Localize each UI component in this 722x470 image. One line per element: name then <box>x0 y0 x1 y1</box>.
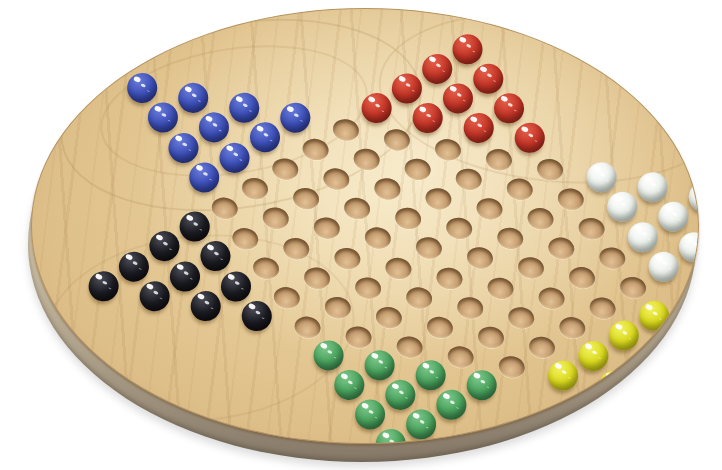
board-hole[interactable] <box>415 362 445 392</box>
product-photo-background <box>0 0 722 470</box>
marble-black[interactable] <box>137 278 172 313</box>
board-hole[interactable] <box>332 243 362 273</box>
marble-blue[interactable] <box>227 90 262 125</box>
marble-highlight <box>133 75 141 82</box>
board-hole[interactable] <box>354 402 384 432</box>
marble-highlight <box>195 164 203 171</box>
board-hole[interactable] <box>363 224 393 254</box>
hole-dimple <box>476 325 506 351</box>
board-hole[interactable] <box>576 214 606 244</box>
marble-highlight <box>554 362 562 369</box>
hole-dimple <box>231 226 261 252</box>
marble-highlight <box>340 372 348 379</box>
board-hole[interactable] <box>147 105 177 135</box>
board-hole[interactable] <box>372 174 402 204</box>
marble-red[interactable] <box>389 71 424 106</box>
marble-highlight <box>592 165 600 172</box>
board-hole[interactable] <box>494 95 524 125</box>
board-hole[interactable] <box>476 323 506 353</box>
hole-dimple <box>507 305 537 331</box>
marble-highlight <box>391 382 399 389</box>
star-grid <box>69 8 661 444</box>
hole-dimple <box>373 176 403 202</box>
marble-highlight <box>370 352 378 359</box>
board-hole[interactable] <box>678 234 699 264</box>
board-hole[interactable] <box>536 283 566 313</box>
marble-highlight <box>458 36 466 43</box>
board-hole[interactable] <box>648 253 678 283</box>
hole-dimple <box>484 147 514 173</box>
board-hole[interactable] <box>179 214 209 244</box>
hole-dimple <box>454 166 484 192</box>
board-hole[interactable] <box>221 273 251 303</box>
marble-highlight <box>206 243 214 250</box>
hole-dimple <box>282 236 312 262</box>
board-hole[interactable] <box>406 412 436 442</box>
board-hole[interactable] <box>300 135 330 165</box>
board-hole[interactable] <box>229 95 259 125</box>
board-hole[interactable] <box>240 174 270 204</box>
marble-highlight <box>398 76 406 83</box>
board-hole[interactable] <box>578 342 608 372</box>
board-hole[interactable] <box>436 392 466 422</box>
board-hole[interactable] <box>178 85 208 115</box>
hole-dimple <box>384 255 414 281</box>
marble-highlight <box>428 56 436 63</box>
board-hole[interactable] <box>364 352 394 382</box>
marble-red[interactable] <box>410 101 445 136</box>
hole-dimple <box>323 295 353 321</box>
marble-highlight <box>176 263 184 270</box>
marble-highlight <box>227 273 235 280</box>
marble-red[interactable] <box>512 120 547 155</box>
board-hole[interactable] <box>88 273 118 303</box>
hole-dimple <box>414 236 444 262</box>
marble-green[interactable] <box>332 367 367 402</box>
marble-highlight <box>643 175 651 182</box>
board-hole[interactable] <box>302 263 332 293</box>
board-hole[interactable] <box>342 194 372 224</box>
board-hole[interactable] <box>343 322 373 352</box>
marble-green[interactable] <box>403 407 438 442</box>
board-hole[interactable] <box>292 313 322 343</box>
board-hole[interactable] <box>170 263 200 293</box>
board-hole[interactable] <box>607 194 637 224</box>
board-hole[interactable] <box>272 283 302 313</box>
board-hole[interactable] <box>525 204 555 234</box>
marble-red[interactable] <box>491 91 526 126</box>
board-hole[interactable] <box>331 115 361 145</box>
board-hole[interactable] <box>548 362 578 392</box>
marble-highlight <box>125 253 133 260</box>
board-hole[interactable] <box>422 56 452 86</box>
board-hole[interactable] <box>465 243 495 273</box>
marble-highlight <box>584 343 592 350</box>
board-hole[interactable] <box>249 125 279 155</box>
hole-dimple <box>433 137 463 163</box>
board-hole[interactable] <box>556 184 586 214</box>
marble-black[interactable] <box>147 229 182 264</box>
marble-blue[interactable] <box>217 140 252 175</box>
board-hole[interactable] <box>382 125 412 155</box>
board-hole[interactable] <box>637 174 667 204</box>
hole-dimple <box>291 186 321 212</box>
marble-green[interactable] <box>434 387 469 422</box>
board-hole[interactable] <box>391 75 421 105</box>
marble-red[interactable] <box>461 110 496 145</box>
board-hole[interactable] <box>280 105 310 135</box>
marble-yellow[interactable] <box>678 358 699 393</box>
hole-dimple <box>660 335 690 361</box>
board-hole[interactable] <box>514 125 544 155</box>
marble-highlight <box>412 412 420 419</box>
board-hole[interactable] <box>497 352 527 382</box>
marble-green[interactable] <box>362 348 397 383</box>
marble-black[interactable] <box>198 239 233 274</box>
hole-dimple <box>526 206 556 232</box>
board-hole[interactable] <box>323 293 353 323</box>
board-hole[interactable] <box>597 244 627 274</box>
board-hole[interactable] <box>393 204 423 234</box>
marble-yellow[interactable] <box>545 358 580 393</box>
marble-highlight <box>286 105 294 112</box>
marble-black[interactable] <box>167 259 202 294</box>
board-hole[interactable] <box>442 85 472 115</box>
hole-dimple <box>331 117 361 143</box>
board-hole[interactable] <box>466 372 496 402</box>
board-hole[interactable] <box>444 214 474 244</box>
hole-dimple <box>403 156 433 182</box>
marble-highlight <box>614 323 622 330</box>
marble-highlight <box>184 85 192 92</box>
marble-blue[interactable] <box>278 100 313 135</box>
hole-dimple <box>312 216 342 242</box>
hole-dimple <box>404 285 434 311</box>
marble-green[interactable] <box>413 358 448 393</box>
marble-highlight <box>225 145 233 152</box>
hole-dimple <box>251 255 281 281</box>
board-hole[interactable] <box>485 273 515 303</box>
hole-dimple <box>465 246 495 272</box>
hole-dimple <box>301 137 331 163</box>
board-hole[interactable] <box>118 253 148 283</box>
board-hole[interactable] <box>586 164 616 194</box>
marble-highlight <box>421 362 429 369</box>
board-hole[interactable] <box>312 214 342 244</box>
marble-highlight <box>442 392 450 399</box>
hole-dimple <box>446 344 476 370</box>
marble-highlight <box>694 185 699 192</box>
chinese-checkers-board <box>0 0 722 470</box>
board-hole[interactable] <box>353 273 383 303</box>
hole-dimple <box>567 265 597 291</box>
marble-black[interactable] <box>177 209 212 244</box>
hole-dimple <box>374 305 404 331</box>
hole-dimple <box>495 226 525 252</box>
hole-dimple <box>352 147 382 173</box>
board-hole[interactable] <box>321 164 351 194</box>
hole-dimple <box>588 295 618 321</box>
board-hole[interactable] <box>425 313 455 343</box>
marble-highlight <box>418 105 426 112</box>
marble-green[interactable] <box>352 397 387 432</box>
marble-highlight <box>654 254 662 261</box>
marble-highlight <box>256 125 264 132</box>
board-hole[interactable] <box>506 303 536 333</box>
board-hole[interactable] <box>535 155 565 185</box>
hole-dimple <box>546 236 576 262</box>
board-hole[interactable] <box>484 145 514 175</box>
board-hole[interactable] <box>127 75 157 105</box>
marble-white[interactable] <box>584 160 619 195</box>
board-hole[interactable] <box>414 234 444 264</box>
marble-highlight <box>500 95 508 102</box>
marble-highlight <box>381 431 389 438</box>
board-hole[interactable] <box>495 224 525 254</box>
hole-dimple <box>293 315 323 341</box>
board-hole[interactable] <box>505 174 535 204</box>
board-hole[interactable] <box>375 431 405 444</box>
board-hole[interactable] <box>149 233 179 263</box>
marble-highlight <box>634 224 642 231</box>
board-hole[interactable] <box>219 144 249 174</box>
board-hole[interactable] <box>587 293 617 323</box>
marble-blue[interactable] <box>247 120 282 155</box>
hole-dimple <box>598 246 628 272</box>
hole-dimple <box>505 176 535 202</box>
hole-dimple <box>240 176 270 202</box>
marble-highlight <box>196 293 204 300</box>
board-hole[interactable] <box>445 342 475 372</box>
hole-dimple <box>556 186 586 212</box>
board-hole[interactable] <box>527 333 557 363</box>
board-hole[interactable] <box>189 164 219 194</box>
board-hole[interactable] <box>351 145 381 175</box>
board-hole[interactable] <box>608 323 638 353</box>
hole-dimple <box>271 156 301 182</box>
hole-dimple <box>497 354 527 380</box>
board-hole[interactable] <box>567 263 597 293</box>
marble-highlight <box>613 194 621 201</box>
hole-dimple <box>558 315 588 341</box>
marble-black[interactable] <box>218 268 253 303</box>
marble-highlight <box>155 234 163 241</box>
board-hole[interactable] <box>200 243 230 273</box>
marble-highlight <box>319 342 327 349</box>
board-hole[interactable] <box>383 253 413 283</box>
marble-highlight <box>205 115 213 122</box>
hole-dimple <box>486 275 516 301</box>
marble-black[interactable] <box>239 298 274 333</box>
board-hole[interactable] <box>688 184 699 214</box>
board-hole[interactable] <box>433 135 463 165</box>
hole-dimple <box>272 285 302 311</box>
marble-blue[interactable] <box>196 110 231 145</box>
marble-highlight <box>174 135 182 142</box>
marble-highlight <box>685 234 693 241</box>
hole-dimple <box>322 166 352 192</box>
board-hole[interactable] <box>168 135 198 165</box>
marble-highlight <box>185 214 193 221</box>
board-hole[interactable] <box>546 234 576 264</box>
hole-dimple <box>455 295 485 321</box>
hole-dimple <box>342 196 372 222</box>
board-hole[interactable] <box>680 362 699 392</box>
hole-dimple <box>395 334 425 360</box>
marble-highlight <box>656 382 664 389</box>
marble-yellow[interactable] <box>648 377 683 412</box>
board-hole[interactable] <box>334 372 364 402</box>
board-hole[interactable] <box>139 283 169 313</box>
marble-highlight <box>361 402 369 409</box>
marble-highlight <box>235 95 243 102</box>
board-hole[interactable] <box>557 313 587 343</box>
board-hole[interactable] <box>394 332 424 362</box>
board-hole[interactable] <box>291 184 321 214</box>
marble-green[interactable] <box>464 367 499 402</box>
hole-dimple <box>353 275 383 301</box>
marble-highlight <box>94 273 102 280</box>
board-wood-surface <box>31 8 699 444</box>
hole-dimple <box>435 265 465 291</box>
board-hole[interactable] <box>473 66 503 96</box>
board-hole[interactable] <box>474 194 504 224</box>
board-hole[interactable] <box>455 293 485 323</box>
hole-dimple <box>425 315 455 341</box>
board-hole[interactable] <box>261 204 291 234</box>
board-hole[interactable] <box>650 382 680 412</box>
marble-black[interactable] <box>188 288 223 323</box>
board-hole[interactable] <box>658 204 688 234</box>
marble-highlight <box>664 204 672 211</box>
marble-highlight <box>472 372 480 379</box>
marble-red[interactable] <box>440 81 475 116</box>
hole-dimple <box>577 216 607 242</box>
hole-dimple <box>537 285 567 311</box>
board-hole[interactable] <box>412 105 442 135</box>
hole-dimple <box>261 206 291 232</box>
marble-highlight <box>145 283 153 290</box>
marble-red[interactable] <box>420 51 455 86</box>
hole-dimple <box>650 384 680 410</box>
board-hole[interactable] <box>209 194 239 224</box>
board-hole[interactable] <box>230 224 260 254</box>
marble-black[interactable] <box>116 249 151 284</box>
hole-dimple <box>344 325 374 351</box>
board-hole[interactable] <box>374 303 404 333</box>
marble-blue[interactable] <box>145 100 180 135</box>
board-hole[interactable] <box>404 283 434 313</box>
board-hole[interactable] <box>618 273 648 303</box>
hole-dimple <box>393 206 423 232</box>
hole-dimple <box>302 265 332 291</box>
board-hole[interactable] <box>361 95 391 125</box>
board-hole[interactable] <box>403 154 433 184</box>
marble-highlight <box>479 66 487 73</box>
board-hole[interactable] <box>198 115 228 145</box>
board-hole[interactable] <box>452 36 482 66</box>
marble-highlight <box>520 125 528 132</box>
board-hole[interactable] <box>385 382 415 412</box>
hole-dimple <box>535 157 565 183</box>
hole-dimple <box>516 255 546 281</box>
board-hole[interactable] <box>251 253 281 283</box>
marble-highlight <box>645 303 653 310</box>
marble-highlight <box>367 95 375 102</box>
marble-highlight <box>154 105 162 112</box>
hole-dimple <box>680 364 699 390</box>
marble-highlight <box>449 85 457 92</box>
board-hole[interactable] <box>241 303 271 333</box>
hole-dimple <box>363 226 393 252</box>
hole-dimple <box>444 216 474 242</box>
board-hole[interactable] <box>281 233 311 263</box>
marble-green[interactable] <box>383 377 418 412</box>
marble-red[interactable] <box>359 91 394 126</box>
hole-dimple <box>618 275 648 301</box>
board-hole[interactable] <box>190 293 220 323</box>
board-hole[interactable] <box>270 154 300 184</box>
marble-blue[interactable] <box>166 130 201 165</box>
board-hole[interactable] <box>313 342 343 372</box>
hole-dimple <box>382 127 412 153</box>
board-hole[interactable] <box>454 164 484 194</box>
hole-dimple <box>475 196 505 222</box>
marble-blue[interactable] <box>176 81 211 116</box>
marble-highlight <box>469 115 477 122</box>
hole-dimple <box>333 245 363 271</box>
hole-dimple <box>210 196 240 222</box>
marble-highlight <box>665 333 673 340</box>
marble-green[interactable] <box>311 338 346 373</box>
marble-highlight <box>686 362 694 369</box>
hole-dimple <box>424 186 454 212</box>
board-hole[interactable] <box>516 253 546 283</box>
board-hole[interactable] <box>434 263 464 293</box>
board-hole[interactable] <box>423 184 453 214</box>
board-hole[interactable] <box>627 224 657 254</box>
board-hole[interactable] <box>463 115 493 145</box>
marble-red[interactable] <box>471 61 506 96</box>
marble-blue[interactable] <box>187 160 222 195</box>
hole-dimple <box>527 335 557 361</box>
marble-highlight <box>248 303 256 310</box>
